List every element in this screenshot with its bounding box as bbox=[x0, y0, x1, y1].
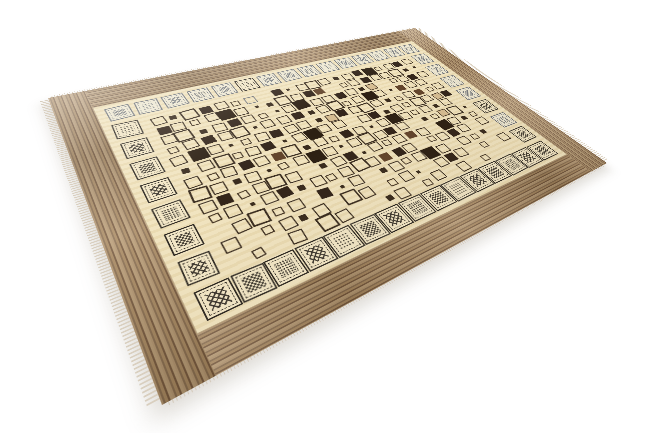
field-square bbox=[168, 115, 177, 120]
field-square bbox=[385, 194, 395, 201]
field-square bbox=[276, 162, 289, 171]
field-square bbox=[296, 184, 306, 191]
field-square bbox=[250, 202, 256, 207]
field-square bbox=[357, 87, 365, 91]
field-square bbox=[389, 89, 393, 91]
field-square bbox=[250, 246, 266, 259]
field-square bbox=[420, 116, 428, 121]
field-square bbox=[339, 185, 345, 189]
photo-stage bbox=[0, 0, 650, 433]
field-square bbox=[298, 214, 309, 222]
field-square bbox=[188, 119, 200, 126]
field-square bbox=[462, 106, 466, 108]
field-square bbox=[379, 167, 388, 173]
field-square bbox=[265, 102, 274, 107]
field-square bbox=[400, 157, 412, 165]
field-square bbox=[332, 77, 339, 81]
field-square bbox=[254, 105, 259, 108]
field-square bbox=[416, 170, 421, 174]
field-square bbox=[228, 144, 234, 147]
field-square bbox=[271, 206, 285, 216]
field-square bbox=[381, 139, 393, 146]
field-square bbox=[361, 151, 366, 154]
field-square bbox=[412, 66, 416, 68]
rug-photo bbox=[48, 28, 607, 405]
field-square bbox=[383, 110, 391, 114]
field-square bbox=[369, 125, 374, 128]
field-square bbox=[339, 145, 344, 148]
field-square bbox=[253, 126, 258, 129]
field-square bbox=[468, 111, 478, 117]
field-square bbox=[239, 138, 252, 146]
field-square bbox=[260, 224, 275, 235]
field-square bbox=[207, 212, 222, 223]
field-square bbox=[421, 178, 434, 186]
field-square bbox=[266, 169, 272, 173]
field-square bbox=[432, 104, 440, 108]
field-square bbox=[479, 129, 487, 134]
field-square bbox=[302, 144, 311, 150]
field-square bbox=[401, 102, 411, 108]
field-square bbox=[166, 146, 180, 154]
field-square bbox=[315, 118, 323, 123]
field-square bbox=[231, 151, 244, 159]
field-square bbox=[199, 129, 208, 134]
field-square bbox=[286, 88, 291, 90]
field-square bbox=[318, 163, 328, 169]
field-square bbox=[282, 139, 287, 142]
field-square bbox=[232, 178, 242, 185]
field-square bbox=[180, 167, 190, 174]
field-square bbox=[307, 110, 316, 115]
field-square bbox=[384, 98, 392, 102]
field-square bbox=[402, 68, 409, 71]
field-square bbox=[460, 115, 468, 119]
field-square bbox=[275, 110, 280, 113]
